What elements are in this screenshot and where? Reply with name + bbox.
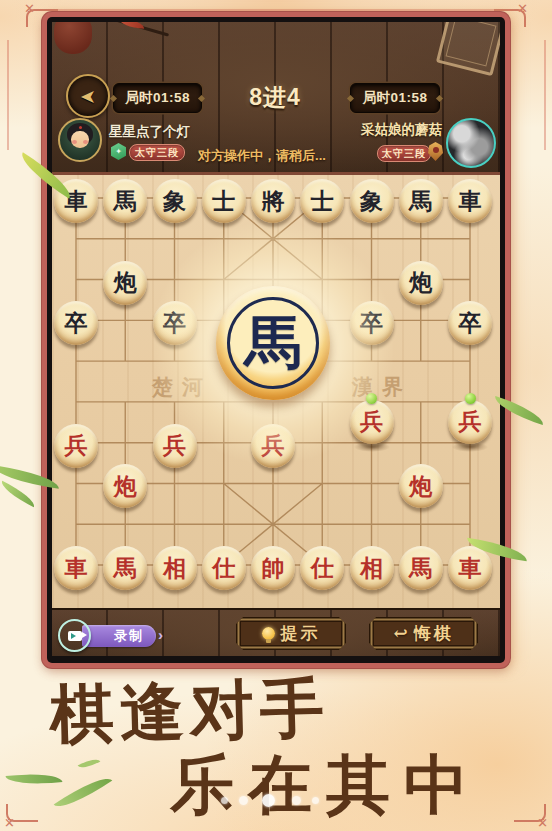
piece-black-士-c5r0[interactable]: 士	[300, 179, 344, 223]
piece-red-兵-c6r6[interactable]: 兵	[350, 400, 394, 444]
picture-frame-decor	[436, 22, 500, 76]
record-expand-arrow[interactable]: ›	[158, 626, 163, 643]
overlay-piece-glyph: 馬	[245, 305, 302, 382]
piece-red-兵-c4r6[interactable]: 兵	[251, 424, 295, 468]
lightbulb-icon	[262, 627, 275, 640]
player-right-rank-badge: 太守三段	[377, 145, 431, 162]
frame-line	[7, 40, 9, 150]
piece-black-卒-c0r3[interactable]: 卒	[54, 301, 98, 345]
piece-black-象-c2r0[interactable]: 象	[153, 179, 197, 223]
piece-black-馬-c7r0[interactable]: 馬	[399, 179, 443, 223]
river-label-right: 漢界	[352, 373, 412, 401]
bamboo-leaf	[54, 770, 113, 815]
move-marker-dot	[465, 393, 476, 404]
piece-red-炮-c7r7[interactable]: 炮	[399, 464, 443, 508]
piece-black-卒-c6r3[interactable]: 卒	[350, 301, 394, 345]
back-arrow-icon: ➤	[80, 85, 96, 108]
bottom-bar: 录制 › 提示 ↩ 悔棋	[52, 608, 500, 656]
rank-gem-icon: ✦	[111, 143, 126, 160]
piece-red-兵-c0r6[interactable]: 兵	[54, 424, 98, 468]
camera-icon	[68, 631, 82, 641]
piece-red-兵-c8r6[interactable]: 兵	[448, 400, 492, 444]
game-view: ➤ 局时01:58 8进4 局时01:58 星星点了个灯 ✦ 太守三段 对方操作…	[52, 22, 500, 656]
piece-black-象-c6r0[interactable]: 象	[350, 179, 394, 223]
piece-black-炮-c7r2[interactable]: 炮	[399, 261, 443, 305]
river-label-left: 楚河	[152, 373, 212, 401]
piece-red-馬-c7r9[interactable]: 馬	[399, 546, 443, 590]
piece-red-相-c2r9[interactable]: 相	[153, 546, 197, 590]
avatar-left[interactable]	[58, 118, 102, 162]
piece-red-帥-c4r9[interactable]: 帥	[251, 546, 295, 590]
hint-label: 提示	[281, 622, 321, 645]
piece-black-車-c8r0[interactable]: 車	[448, 179, 492, 223]
round-title: 8进4	[210, 82, 340, 113]
piece-red-馬-c1r9[interactable]: 馬	[103, 546, 147, 590]
hint-button[interactable]: 提示	[236, 617, 346, 650]
avatar-left-ornament	[79, 126, 82, 129]
piece-red-相-c6r9[interactable]: 相	[350, 546, 394, 590]
avatar-left-face	[71, 131, 89, 148]
calligraphy-line2: 乐在其中	[170, 742, 482, 829]
piece-red-車-c0r9[interactable]: 車	[54, 546, 98, 590]
piece-black-卒-c2r3[interactable]: 卒	[153, 301, 197, 345]
game-frame: ➤ 局时01:58 8进4 局时01:58 星星点了个灯 ✦ 太守三段 对方操作…	[42, 12, 510, 668]
undo-arrow-icon: ↩	[393, 623, 407, 644]
record-ribbon[interactable]: 录制	[82, 625, 156, 647]
branch-decor	[101, 22, 169, 37]
record-button[interactable]	[58, 619, 91, 652]
timer-left: 局时01:58	[113, 83, 202, 113]
corner-flourish: ✕	[6, 798, 40, 828]
piece-red-車-c8r9[interactable]: 車	[448, 546, 492, 590]
game-frame-inner: ➤ 局时01:58 8进4 局时01:58 星星点了个灯 ✦ 太守三段 对方操作…	[47, 17, 505, 663]
piece-black-馬-c1r0[interactable]: 馬	[103, 179, 147, 223]
player-left-name: 星星点了个灯	[109, 123, 190, 141]
xiangqi-board[interactable]: 楚河 漢界 馬 車馬象士將士象馬車炮炮卒卒卒卒卒兵兵兵兵兵炮炮車馬相仕帥仕相馬車	[52, 172, 500, 608]
undo-label: 悔棋	[414, 622, 454, 645]
top-bar: ➤ 局时01:58 8进4 局时01:58 星星点了个灯 ✦ 太守三段 对方操作…	[52, 22, 500, 172]
piece-black-卒-c8r3[interactable]: 卒	[448, 301, 492, 345]
overlay-big-piece: 馬	[216, 286, 330, 400]
pot-decor	[54, 22, 92, 54]
timer-left-label: 局时01:58	[125, 89, 190, 107]
player-right-name: 采姑娘的蘑菇	[361, 121, 442, 139]
piece-black-將-c4r0[interactable]: 將	[251, 179, 295, 223]
piece-black-士-c3r0[interactable]: 士	[202, 179, 246, 223]
avatar-right[interactable]	[446, 118, 496, 168]
bamboo-leaf	[6, 770, 63, 788]
piece-black-炮-c1r2[interactable]: 炮	[103, 261, 147, 305]
back-button[interactable]: ➤	[66, 74, 110, 118]
timer-right-label: 局时01:58	[362, 89, 427, 107]
player-left-rank: 太守三段	[135, 146, 179, 160]
medal-icon	[428, 142, 443, 161]
status-text: 对方操作中，请稍后...	[187, 147, 337, 165]
player-left-rank-badge: 太守三段	[129, 144, 185, 161]
piece-red-仕-c3r9[interactable]: 仕	[202, 546, 246, 590]
frame-line	[58, 9, 494, 11]
corner-flourish: ✕	[512, 798, 546, 828]
undo-button[interactable]: ↩ 悔棋	[369, 617, 478, 650]
timer-right: 局时01:58	[350, 83, 440, 113]
frame-line	[544, 40, 546, 150]
piece-red-兵-c2r6[interactable]: 兵	[153, 424, 197, 468]
record-label: 录制	[114, 627, 144, 645]
player-right-rank: 太守三段	[382, 147, 426, 161]
bamboo-leaf	[0, 481, 38, 508]
piece-red-仕-c5r9[interactable]: 仕	[300, 546, 344, 590]
